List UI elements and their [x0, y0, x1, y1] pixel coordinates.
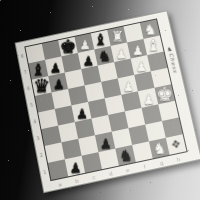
black-pawn-b1[interactable]: ♟	[69, 161, 81, 175]
white-knight-g1[interactable]: ♞	[152, 141, 166, 157]
square-h1[interactable]: ❖	[166, 134, 187, 155]
black-pawn-b6[interactable]: ♟	[53, 78, 65, 91]
black-bishop-e8[interactable]: ♝	[94, 32, 108, 48]
black-knight-e7[interactable]: ♞	[98, 49, 112, 64]
black-knight-e1[interactable]: ♞	[119, 149, 133, 165]
white-pawn-g4[interactable]: ♟	[142, 93, 154, 106]
black-queen-a6[interactable]: ♛	[33, 77, 50, 96]
white-bishop-h7[interactable]: ♝	[146, 38, 161, 54]
chessboard-photo: 87654321 ♚♟♝♜♞♝♟♟♞♟♟♝♛♟♟♟♟♟♚♟♟♞♞❖ abcdef…	[0, 0, 200, 200]
white-pawn-g7[interactable]: ♟	[132, 44, 144, 57]
white-pawn-g6[interactable]: ♟	[135, 60, 147, 73]
square-h7[interactable]: ♝	[143, 35, 163, 55]
white-rook-f8[interactable]: ♜	[111, 30, 125, 45]
black-pawn-c4[interactable]: ♟	[76, 107, 88, 120]
white-pawn-d8[interactable]: ♟	[79, 39, 91, 52]
black-pawn-b7[interactable]: ♟	[49, 62, 61, 75]
brand-text: Chess	[168, 52, 179, 74]
board-rotation-wrapper: 87654321 ♚♟♝♜♞♝♟♟♞♟♟♝♛♟♟♟♟♟♚♟♟♞♞❖ abcdef…	[13, 8, 200, 192]
square-c8[interactable]: ♚	[58, 37, 78, 57]
black-pawn-d7[interactable]: ♟	[82, 55, 94, 68]
board-perspective-wrapper: 87654321 ♚♟♝♜♞♝♟♟♞♟♟♝♛♟♟♟♟♟♚♟♟♞♞❖ abcdef…	[15, 10, 200, 193]
black-king-c8[interactable]: ♚	[60, 37, 77, 56]
board-frame: 87654321 ♚♟♝♜♞♝♟♟♞♟♟♝♛♟♟♟♟♟♚♟♟♞♞❖ abcdef…	[15, 10, 200, 193]
square-h4[interactable]: ♚	[154, 84, 174, 104]
board-grid: ♚♟♝♜♞♝♟♟♞♟♟♝♛♟♟♟♟♟♚♟♟♞♞❖	[24, 18, 187, 181]
white-pawn-f5[interactable]: ♟	[122, 80, 134, 93]
white-king-h4[interactable]: ♚	[156, 85, 174, 104]
black-pawn-d2[interactable]: ♟	[100, 137, 112, 150]
square-a6[interactable]: ♛	[32, 76, 52, 96]
corner-emblem-icon: ❖	[166, 134, 187, 155]
white-pawn-f7[interactable]: ♟	[115, 48, 127, 61]
